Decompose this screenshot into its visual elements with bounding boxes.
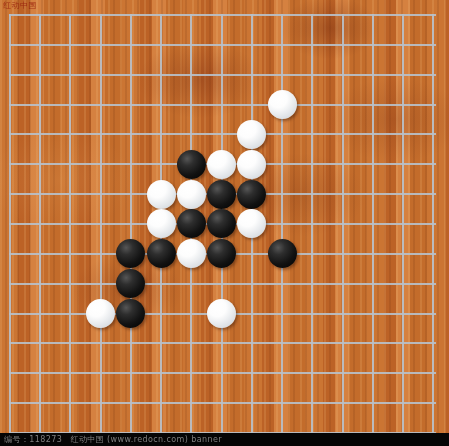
- white-stone[interactable]: [237, 209, 266, 238]
- white-stone[interactable]: [268, 90, 297, 119]
- white-stone[interactable]: [177, 239, 206, 268]
- grid-vline: [281, 14, 283, 434]
- watermark-bar: 编号：118273 红动中国 (www.redocn.com) banner: [0, 433, 449, 446]
- black-stone[interactable]: [268, 239, 297, 268]
- grid-vline: [432, 14, 434, 434]
- black-stone[interactable]: [177, 150, 206, 179]
- black-stone[interactable]: [116, 269, 145, 298]
- white-stone[interactable]: [237, 150, 266, 179]
- black-stone[interactable]: [207, 180, 236, 209]
- white-stone[interactable]: [147, 180, 176, 209]
- black-stone[interactable]: [177, 209, 206, 238]
- white-stone[interactable]: [86, 299, 115, 328]
- black-stone[interactable]: [147, 239, 176, 268]
- white-stone[interactable]: [237, 120, 266, 149]
- grid-hline: [9, 372, 436, 374]
- white-stone[interactable]: [207, 150, 236, 179]
- grid-vline: [372, 14, 374, 434]
- watermark-text: 编号：118273 红动中国 (www.redocn.com) banner: [0, 433, 449, 446]
- black-stone[interactable]: [116, 299, 145, 328]
- grid-vline: [342, 14, 344, 434]
- black-stone[interactable]: [237, 180, 266, 209]
- black-stone[interactable]: [207, 239, 236, 268]
- grid-vline: [311, 14, 313, 434]
- white-stone[interactable]: [177, 180, 206, 209]
- black-stone[interactable]: [207, 209, 236, 238]
- grid-vline: [402, 14, 404, 434]
- white-stone[interactable]: [207, 299, 236, 328]
- grid-hline: [9, 402, 436, 404]
- black-stone[interactable]: [116, 239, 145, 268]
- white-stone[interactable]: [147, 209, 176, 238]
- gomoku-board-screenshot: 红动中国 编号：118273 红动中国 (www.redocn.com) ban…: [0, 0, 449, 446]
- site-logo-watermark: 红动中国: [3, 1, 37, 11]
